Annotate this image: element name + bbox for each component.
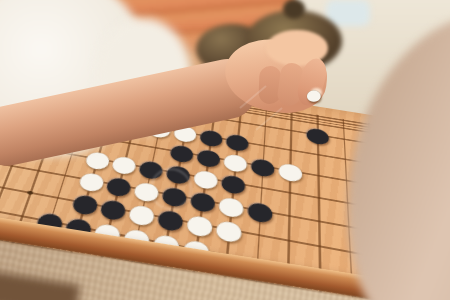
- board-intersection: ●: [248, 154, 277, 180]
- board-intersection: ●: [245, 197, 275, 226]
- board-intersection: ●: [304, 123, 331, 147]
- black-stone: ●: [249, 154, 276, 180]
- black-stone: ●: [305, 124, 331, 147]
- go-game-photo: ●●●●●●●●●●●●●●●●●●●●●●●●●●●●●●●●●●● ●: [0, 0, 450, 300]
- board-intersection: ●: [213, 215, 245, 245]
- watermark-ring: [150, 168, 192, 210]
- held-white-stone: ●: [306, 88, 322, 103]
- white-stone: ●: [214, 215, 245, 245]
- stone-bowl-lid-knob: [283, 0, 305, 19]
- board-intersection: ●: [276, 158, 304, 184]
- black-stone: ●: [246, 197, 275, 226]
- white-stone: ●: [277, 158, 304, 184]
